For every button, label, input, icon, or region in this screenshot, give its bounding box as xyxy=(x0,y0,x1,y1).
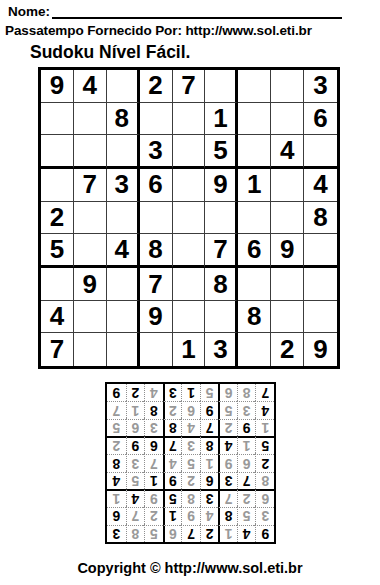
cell-r2c4[interactable] xyxy=(140,103,173,136)
solution-cell-r1c1: 9 xyxy=(255,525,274,542)
cell-r4c8[interactable] xyxy=(271,169,304,202)
cell-r9c4[interactable] xyxy=(140,333,173,366)
solution-cell-r5c9: 8 xyxy=(107,454,126,471)
solution-cell-r7c8: 6 xyxy=(126,419,145,436)
cell-r9c3[interactable] xyxy=(107,333,140,366)
solution-cell-r5c6: 4 xyxy=(163,454,182,471)
cell-r7c3[interactable] xyxy=(107,268,140,301)
name-row: Nome: xyxy=(0,0,380,19)
cell-r3c4[interactable]: 3 xyxy=(140,135,173,169)
cell-r4c3[interactable]: 3 xyxy=(107,169,140,202)
cell-r4c7[interactable]: 1 xyxy=(238,169,271,202)
solution-cell-r6c1: 5 xyxy=(255,436,274,454)
solution-cell-r3c2: 2 xyxy=(237,489,256,507)
solution-cell-r5c1: 2 xyxy=(255,454,274,471)
solution-cell-r1c8: 8 xyxy=(126,525,145,542)
solution-cell-r2c5: 9 xyxy=(181,507,200,524)
solution-cell-r9c2: 8 xyxy=(237,384,256,401)
sudoku-board: 942738163547369142854876997849871329 xyxy=(38,67,340,369)
solution-cell-r8c9: 7 xyxy=(107,401,126,418)
cell-r4c1[interactable] xyxy=(41,169,74,202)
solution-cell-r6c9: 2 xyxy=(107,436,126,454)
cell-r4c9[interactable]: 4 xyxy=(304,169,337,202)
cell-r3c1[interactable] xyxy=(41,135,74,169)
copyright-text: Copyright © http://www.sol.eti.br xyxy=(0,560,380,576)
solution-cell-r2c2: 5 xyxy=(237,507,256,524)
cell-r8c4[interactable]: 9 xyxy=(140,301,173,334)
cell-r8c9[interactable] xyxy=(304,301,337,334)
solution-cell-r7c5: 4 xyxy=(181,419,200,436)
solution-cell-r9c9: 9 xyxy=(107,384,126,401)
cell-r7c5[interactable] xyxy=(173,268,206,301)
solution-cell-r5c2: 6 xyxy=(237,454,256,471)
cell-r8c3[interactable] xyxy=(107,301,140,334)
cell-r3c7[interactable] xyxy=(238,135,271,169)
solution-cell-r2c8: 7 xyxy=(126,507,145,524)
solution-cell-r7c2: 9 xyxy=(237,419,256,436)
cell-r5c5[interactable] xyxy=(173,202,206,235)
solution-cell-r7c3: 2 xyxy=(218,419,237,436)
solution-cell-r4c1: 8 xyxy=(255,472,274,489)
solution-cell-r2c4: 4 xyxy=(200,507,219,524)
cell-r5c3[interactable] xyxy=(107,202,140,235)
solution-cell-r5c5: 5 xyxy=(181,454,200,471)
solution-cell-r4c9: 4 xyxy=(107,472,126,489)
cell-r7c6[interactable]: 8 xyxy=(205,268,238,301)
solution-cell-r4c4: 6 xyxy=(200,472,219,489)
cell-r5c4[interactable] xyxy=(140,202,173,235)
solution-cell-r5c4: 1 xyxy=(200,454,219,471)
cell-r4c6[interactable]: 9 xyxy=(205,169,238,202)
cell-r4c2[interactable]: 7 xyxy=(74,169,107,202)
cell-r7c2[interactable]: 9 xyxy=(74,268,107,301)
cell-r4c4[interactable]: 6 xyxy=(140,169,173,202)
solution-cell-r6c7: 6 xyxy=(144,436,163,454)
cell-r8c5[interactable] xyxy=(173,301,206,334)
cell-r6c7[interactable]: 6 xyxy=(238,234,271,268)
solution-cell-r9c6: 3 xyxy=(163,384,182,401)
cell-r6c9[interactable] xyxy=(304,234,337,268)
solution-cell-r4c6: 9 xyxy=(163,472,182,489)
cell-r5c1[interactable]: 2 xyxy=(41,202,74,235)
name-label: Nome: xyxy=(8,4,50,19)
solution-cell-r5c3: 9 xyxy=(218,454,237,471)
cell-r6c8[interactable]: 9 xyxy=(271,234,304,268)
solution-cell-r8c3: 5 xyxy=(218,401,237,418)
cell-r1c3[interactable] xyxy=(107,70,140,103)
cell-r3c3[interactable] xyxy=(107,135,140,169)
solution-cell-r9c5: 1 xyxy=(181,384,200,401)
cell-r9c5[interactable]: 1 xyxy=(173,333,206,366)
cell-r2c6[interactable]: 1 xyxy=(205,103,238,136)
solution-cell-r1c4: 2 xyxy=(200,525,219,542)
solution-cell-r3c8: 4 xyxy=(126,489,145,507)
solution-cell-r7c6: 8 xyxy=(163,419,182,436)
solution-cell-r3c3: 7 xyxy=(218,489,237,507)
solution-cell-r4c5: 2 xyxy=(181,472,200,489)
solution-cell-r1c2: 4 xyxy=(237,525,256,542)
solution-cell-r4c8: 5 xyxy=(126,472,145,489)
solution-cell-r1c5: 7 xyxy=(181,525,200,542)
cell-r6c2[interactable] xyxy=(74,234,107,268)
cell-r1c5[interactable]: 7 xyxy=(173,70,206,103)
cell-r6c1[interactable]: 5 xyxy=(41,234,74,268)
cell-r8c7[interactable]: 8 xyxy=(238,301,271,334)
solution-cell-r6c8: 9 xyxy=(126,436,145,454)
solution-cell-r7c1: 1 xyxy=(255,419,274,436)
cell-r4c5[interactable] xyxy=(173,169,206,202)
solution-cell-r8c6: 2 xyxy=(163,401,182,418)
solution-cell-r3c5: 8 xyxy=(181,489,200,507)
solution-cell-r9c1: 7 xyxy=(255,384,274,401)
cell-r9c7[interactable] xyxy=(238,333,271,366)
cell-r1c2[interactable]: 4 xyxy=(74,70,107,103)
solution-cell-r2c3: 8 xyxy=(218,507,237,524)
cell-r1c9[interactable]: 3 xyxy=(304,70,337,103)
solution-cell-r2c1: 3 xyxy=(255,507,274,524)
cell-r2c9[interactable]: 6 xyxy=(304,103,337,136)
solution-cell-r9c4: 5 xyxy=(200,384,219,401)
cell-r2c3[interactable]: 8 xyxy=(107,103,140,136)
cell-r5c6[interactable] xyxy=(205,202,238,235)
solution-cell-r3c4: 3 xyxy=(200,489,219,507)
solution-cell-r3c1: 6 xyxy=(255,489,274,507)
solution-board-rotated: 9412765833584912766273859418736291542691… xyxy=(105,382,276,544)
cell-r3c2[interactable] xyxy=(74,135,107,169)
cell-r9c9[interactable]: 9 xyxy=(304,333,337,366)
cell-r7c4[interactable]: 7 xyxy=(140,268,173,301)
solution-cell-r8c5: 6 xyxy=(181,401,200,418)
cell-r9c6[interactable]: 3 xyxy=(205,333,238,366)
solution-cell-r4c3: 3 xyxy=(218,472,237,489)
cell-r8c6[interactable] xyxy=(205,301,238,334)
solution-cell-r1c9: 3 xyxy=(107,525,126,542)
solution-cell-r1c7: 5 xyxy=(144,525,163,542)
solution-cell-r9c3: 6 xyxy=(218,384,237,401)
cell-r5c8[interactable] xyxy=(271,202,304,235)
solution-cell-r8c4: 9 xyxy=(200,401,219,418)
solution-cell-r8c8: 1 xyxy=(126,401,145,418)
solution-cell-r2c9: 6 xyxy=(107,507,126,524)
solution-cell-r1c6: 6 xyxy=(163,525,182,542)
cell-r6c4[interactable]: 8 xyxy=(140,234,173,268)
cell-r5c7[interactable] xyxy=(238,202,271,235)
provided-by-text: Passatempo Fornecido Por: http://www.sol… xyxy=(0,19,380,38)
cell-r9c1[interactable]: 7 xyxy=(41,333,74,366)
cell-r2c2[interactable] xyxy=(74,103,107,136)
solution-cell-r6c3: 4 xyxy=(218,436,237,454)
cell-r7c1[interactable] xyxy=(41,268,74,301)
solution-cell-r2c7: 2 xyxy=(144,507,163,524)
cell-r5c2[interactable] xyxy=(74,202,107,235)
name-fill-line xyxy=(52,4,342,19)
solution-cell-r4c7: 1 xyxy=(144,472,163,489)
cell-r9c2[interactable] xyxy=(74,333,107,366)
cell-r3c5[interactable] xyxy=(173,135,206,169)
cell-r3c6[interactable]: 5 xyxy=(205,135,238,169)
cell-r2c7[interactable] xyxy=(238,103,271,136)
cell-r8c2[interactable] xyxy=(74,301,107,334)
solution-cell-r6c6: 7 xyxy=(163,436,182,454)
cell-r3c8[interactable]: 4 xyxy=(271,135,304,169)
solution-cell-r5c8: 3 xyxy=(126,454,145,471)
sudoku-page: Nome: Passatempo Fornecido Por: http://w… xyxy=(0,0,380,585)
solution-cell-r3c7: 9 xyxy=(144,489,163,507)
cell-r7c7[interactable] xyxy=(238,268,271,301)
solution-cell-r6c2: 1 xyxy=(237,436,256,454)
solution-cell-r6c4: 8 xyxy=(200,436,219,454)
solution-cell-r1c3: 1 xyxy=(218,525,237,542)
solution-cell-r5c7: 7 xyxy=(144,454,163,471)
cell-r8c8[interactable] xyxy=(271,301,304,334)
cell-r1c1[interactable]: 9 xyxy=(41,70,74,103)
cell-r5c9[interactable]: 8 xyxy=(304,202,337,235)
solution-cell-r3c6: 5 xyxy=(163,489,182,507)
cell-r9c8[interactable]: 2 xyxy=(271,333,304,366)
cell-r6c5[interactable] xyxy=(173,234,206,268)
solution-cell-r8c1: 4 xyxy=(255,401,274,418)
cell-r1c6[interactable] xyxy=(205,70,238,103)
solution-cell-r9c7: 4 xyxy=(144,384,163,401)
solution-cell-r7c7: 3 xyxy=(144,419,163,436)
solution-cell-r4c2: 7 xyxy=(237,472,256,489)
solution-cell-r7c4: 7 xyxy=(200,419,219,436)
cell-r2c8[interactable] xyxy=(271,103,304,136)
cell-r6c6[interactable]: 7 xyxy=(205,234,238,268)
cell-r8c1[interactable]: 4 xyxy=(41,301,74,334)
cell-r2c5[interactable] xyxy=(173,103,206,136)
solution-cell-r6c5: 3 xyxy=(181,436,200,454)
solution-cell-r8c2: 3 xyxy=(237,401,256,418)
cell-r6c3[interactable]: 4 xyxy=(107,234,140,268)
solution-cell-r9c8: 2 xyxy=(126,384,145,401)
cell-r7c9[interactable] xyxy=(304,268,337,301)
solution-cell-r3c9: 1 xyxy=(107,489,126,507)
cell-r3c9[interactable] xyxy=(304,135,337,169)
cell-r1c7[interactable] xyxy=(238,70,271,103)
cell-r1c8[interactable] xyxy=(271,70,304,103)
solution-cell-r7c9: 5 xyxy=(107,419,126,436)
solution-cell-r8c7: 8 xyxy=(144,401,163,418)
cell-r1c4[interactable]: 2 xyxy=(140,70,173,103)
solution-cell-r2c6: 1 xyxy=(163,507,182,524)
page-title: Sudoku Nível Fácil. xyxy=(0,38,380,62)
cell-r2c1[interactable] xyxy=(41,103,74,136)
cell-r7c8[interactable] xyxy=(271,268,304,301)
